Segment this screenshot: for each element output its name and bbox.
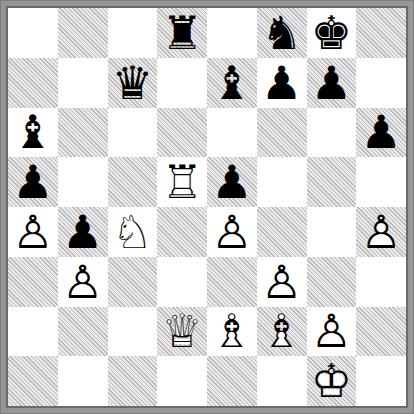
square-h8[interactable] [356,8,406,58]
square-h1[interactable] [356,356,406,406]
square-e2[interactable]: ♝♗ [207,307,257,357]
piece-glyph: ♖ [157,157,207,207]
square-e1[interactable] [207,356,257,406]
piece-glyph: ♚ [307,8,357,58]
square-f5[interactable] [257,157,307,207]
piece-glyph: ♛ [108,58,158,108]
square-e6[interactable] [207,108,257,158]
piece-glyph: ♗ [207,307,257,357]
piece-glyph: ♘ [108,207,158,257]
square-c6[interactable] [108,108,158,158]
square-a8[interactable] [8,8,58,58]
piece-glyph: ♗ [257,307,307,357]
square-g7[interactable]: ♟ [307,58,357,108]
square-e8[interactable] [207,8,257,58]
square-c4[interactable]: ♞♘ [108,207,158,257]
square-a1[interactable] [8,356,58,406]
black-queen-c7[interactable]: ♛ [108,58,158,108]
board-grid: ♜♞♚♛♝♟♟♝♟♟♜♖♟♟♙♟♞♘♟♙♟♙♟♙♟♙♛♕♝♗♝♗♟♙♚♔ [8,8,406,406]
piece-glyph: ♙ [8,207,58,257]
square-d7[interactable] [157,58,207,108]
square-g8[interactable]: ♚ [307,8,357,58]
white-queen-d2[interactable]: ♛♕ [157,307,207,357]
square-d5[interactable]: ♜♖ [157,157,207,207]
square-b8[interactable] [58,8,108,58]
square-b7[interactable] [58,58,108,108]
piece-glyph: ♜ [157,8,207,58]
piece-glyph: ♙ [207,207,257,257]
black-pawn-h6[interactable]: ♟ [356,108,406,158]
square-e4[interactable]: ♟♙ [207,207,257,257]
square-b2[interactable] [58,307,108,357]
black-pawn-g7[interactable]: ♟ [307,58,357,108]
square-g6[interactable] [307,108,357,158]
square-b6[interactable] [58,108,108,158]
square-c8[interactable] [108,8,158,58]
piece-glyph: ♟ [257,58,307,108]
piece-glyph: ♕ [157,307,207,357]
square-h6[interactable]: ♟ [356,108,406,158]
square-g5[interactable] [307,157,357,207]
white-pawn-e4[interactable]: ♟♙ [207,207,257,257]
black-king-g8[interactable]: ♚ [307,8,357,58]
square-a2[interactable] [8,307,58,357]
white-pawn-f3[interactable]: ♟♙ [257,257,307,307]
square-b5[interactable] [58,157,108,207]
square-h3[interactable] [356,257,406,307]
square-b3[interactable]: ♟♙ [58,257,108,307]
square-f1[interactable] [257,356,307,406]
square-a6[interactable]: ♝ [8,108,58,158]
white-bishop-e2[interactable]: ♝♗ [207,307,257,357]
square-a3[interactable] [8,257,58,307]
square-g3[interactable] [307,257,357,307]
square-d4[interactable] [157,207,207,257]
black-pawn-e5[interactable]: ♟ [207,157,257,207]
square-f2[interactable]: ♝♗ [257,307,307,357]
white-knight-c4[interactable]: ♞♘ [108,207,158,257]
square-b1[interactable] [58,356,108,406]
square-g2[interactable]: ♟♙ [307,307,357,357]
square-g4[interactable] [307,207,357,257]
black-rook-d8[interactable]: ♜ [157,8,207,58]
white-pawn-b3[interactable]: ♟♙ [58,257,108,307]
square-c3[interactable] [108,257,158,307]
square-d2[interactable]: ♛♕ [157,307,207,357]
white-king-g1[interactable]: ♚♔ [307,356,357,406]
square-e5[interactable]: ♟ [207,157,257,207]
black-pawn-a5[interactable]: ♟ [8,157,58,207]
piece-glyph: ♟ [207,157,257,207]
square-f4[interactable] [257,207,307,257]
piece-glyph: ♝ [8,108,58,158]
piece-glyph: ♟ [8,157,58,207]
piece-glyph: ♔ [307,356,357,406]
square-d1[interactable] [157,356,207,406]
square-c1[interactable] [108,356,158,406]
square-d3[interactable] [157,257,207,307]
board-frame-inner-line: ♜♞♚♛♝♟♟♝♟♟♜♖♟♟♙♟♞♘♟♙♟♙♟♙♟♙♛♕♝♗♝♗♟♙♚♔ [6,6,408,408]
square-b4[interactable]: ♟ [58,207,108,257]
square-c5[interactable] [108,157,158,207]
square-g1[interactable]: ♚♔ [307,356,357,406]
white-pawn-g2[interactable]: ♟♙ [307,307,357,357]
piece-glyph: ♙ [257,257,307,307]
black-bishop-e7[interactable]: ♝ [207,58,257,108]
square-h4[interactable]: ♟♙ [356,207,406,257]
chess-board: ♜♞♚♛♝♟♟♝♟♟♜♖♟♟♙♟♞♘♟♙♟♙♟♙♟♙♛♕♝♗♝♗♟♙♚♔ [0,0,414,414]
square-a5[interactable]: ♟ [8,157,58,207]
black-knight-f8[interactable]: ♞ [257,8,307,58]
square-f6[interactable] [257,108,307,158]
square-d8[interactable]: ♜ [157,8,207,58]
square-c2[interactable] [108,307,158,357]
piece-glyph: ♟ [58,207,108,257]
square-h2[interactable] [356,307,406,357]
white-pawn-a4[interactable]: ♟♙ [8,207,58,257]
piece-glyph: ♟ [356,108,406,158]
piece-glyph: ♟ [307,58,357,108]
piece-glyph: ♞ [257,8,307,58]
piece-glyph: ♝ [207,58,257,108]
square-c7[interactable]: ♛ [108,58,158,108]
square-e7[interactable]: ♝ [207,58,257,108]
square-a4[interactable]: ♟♙ [8,207,58,257]
square-f7[interactable]: ♟ [257,58,307,108]
piece-glyph: ♙ [307,307,357,357]
square-a7[interactable] [8,58,58,108]
black-pawn-b4[interactable]: ♟ [58,207,108,257]
black-pawn-f7[interactable]: ♟ [257,58,307,108]
white-bishop-f2[interactable]: ♝♗ [257,307,307,357]
white-rook-d5[interactable]: ♜♖ [157,157,207,207]
square-h7[interactable] [356,58,406,108]
white-pawn-h4[interactable]: ♟♙ [356,207,406,257]
square-f3[interactable]: ♟♙ [257,257,307,307]
square-h5[interactable] [356,157,406,207]
piece-glyph: ♙ [356,207,406,257]
square-f8[interactable]: ♞ [257,8,307,58]
black-bishop-a6[interactable]: ♝ [8,108,58,158]
square-d6[interactable] [157,108,207,158]
square-e3[interactable] [207,257,257,307]
piece-glyph: ♙ [58,257,108,307]
